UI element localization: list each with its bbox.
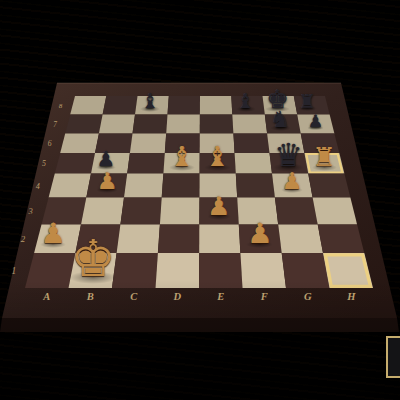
piece-black-pawn-b5[interactable]: ♟ bbox=[95, 149, 116, 170]
piece-white-pawn-g4[interactable]: ♟ bbox=[280, 170, 303, 193]
piece-black-rook-h8[interactable]: ♜ bbox=[298, 92, 317, 111]
piece-black-queen-g5[interactable]: ♛ bbox=[273, 140, 305, 172]
piece-white-king-b1[interactable]: ♚ bbox=[68, 234, 118, 284]
piece-black-bishop-c8[interactable]: ♝ bbox=[140, 91, 160, 111]
piece-black-bishop-f8[interactable]: ♝ bbox=[236, 91, 256, 111]
piece-white-pawn-f2[interactable]: ♟ bbox=[246, 220, 274, 248]
piece-white-bishop-d5[interactable]: ♝ bbox=[168, 143, 195, 170]
piece-white-pawn-b4[interactable]: ♟ bbox=[96, 170, 119, 193]
side-panel[interactable] bbox=[386, 336, 400, 378]
piece-white-pawn-a2[interactable]: ♟ bbox=[39, 220, 67, 248]
piece-black-knight-g7[interactable]: ♞ bbox=[269, 108, 292, 131]
chess-app-screen: ABCDEFGH12345678 ♝♝♚♜♞♟♟♛♝♝♜♟♟♟♟♟♚ bbox=[0, 0, 400, 400]
piece-white-pawn-e3[interactable]: ♟ bbox=[206, 194, 231, 219]
piece-black-pawn-h7[interactable]: ♟ bbox=[307, 113, 324, 130]
lighting-vignette bbox=[0, 0, 400, 400]
piece-white-rook-h5[interactable]: ♜ bbox=[311, 144, 337, 170]
piece-white-bishop-e5[interactable]: ♝ bbox=[204, 143, 231, 170]
